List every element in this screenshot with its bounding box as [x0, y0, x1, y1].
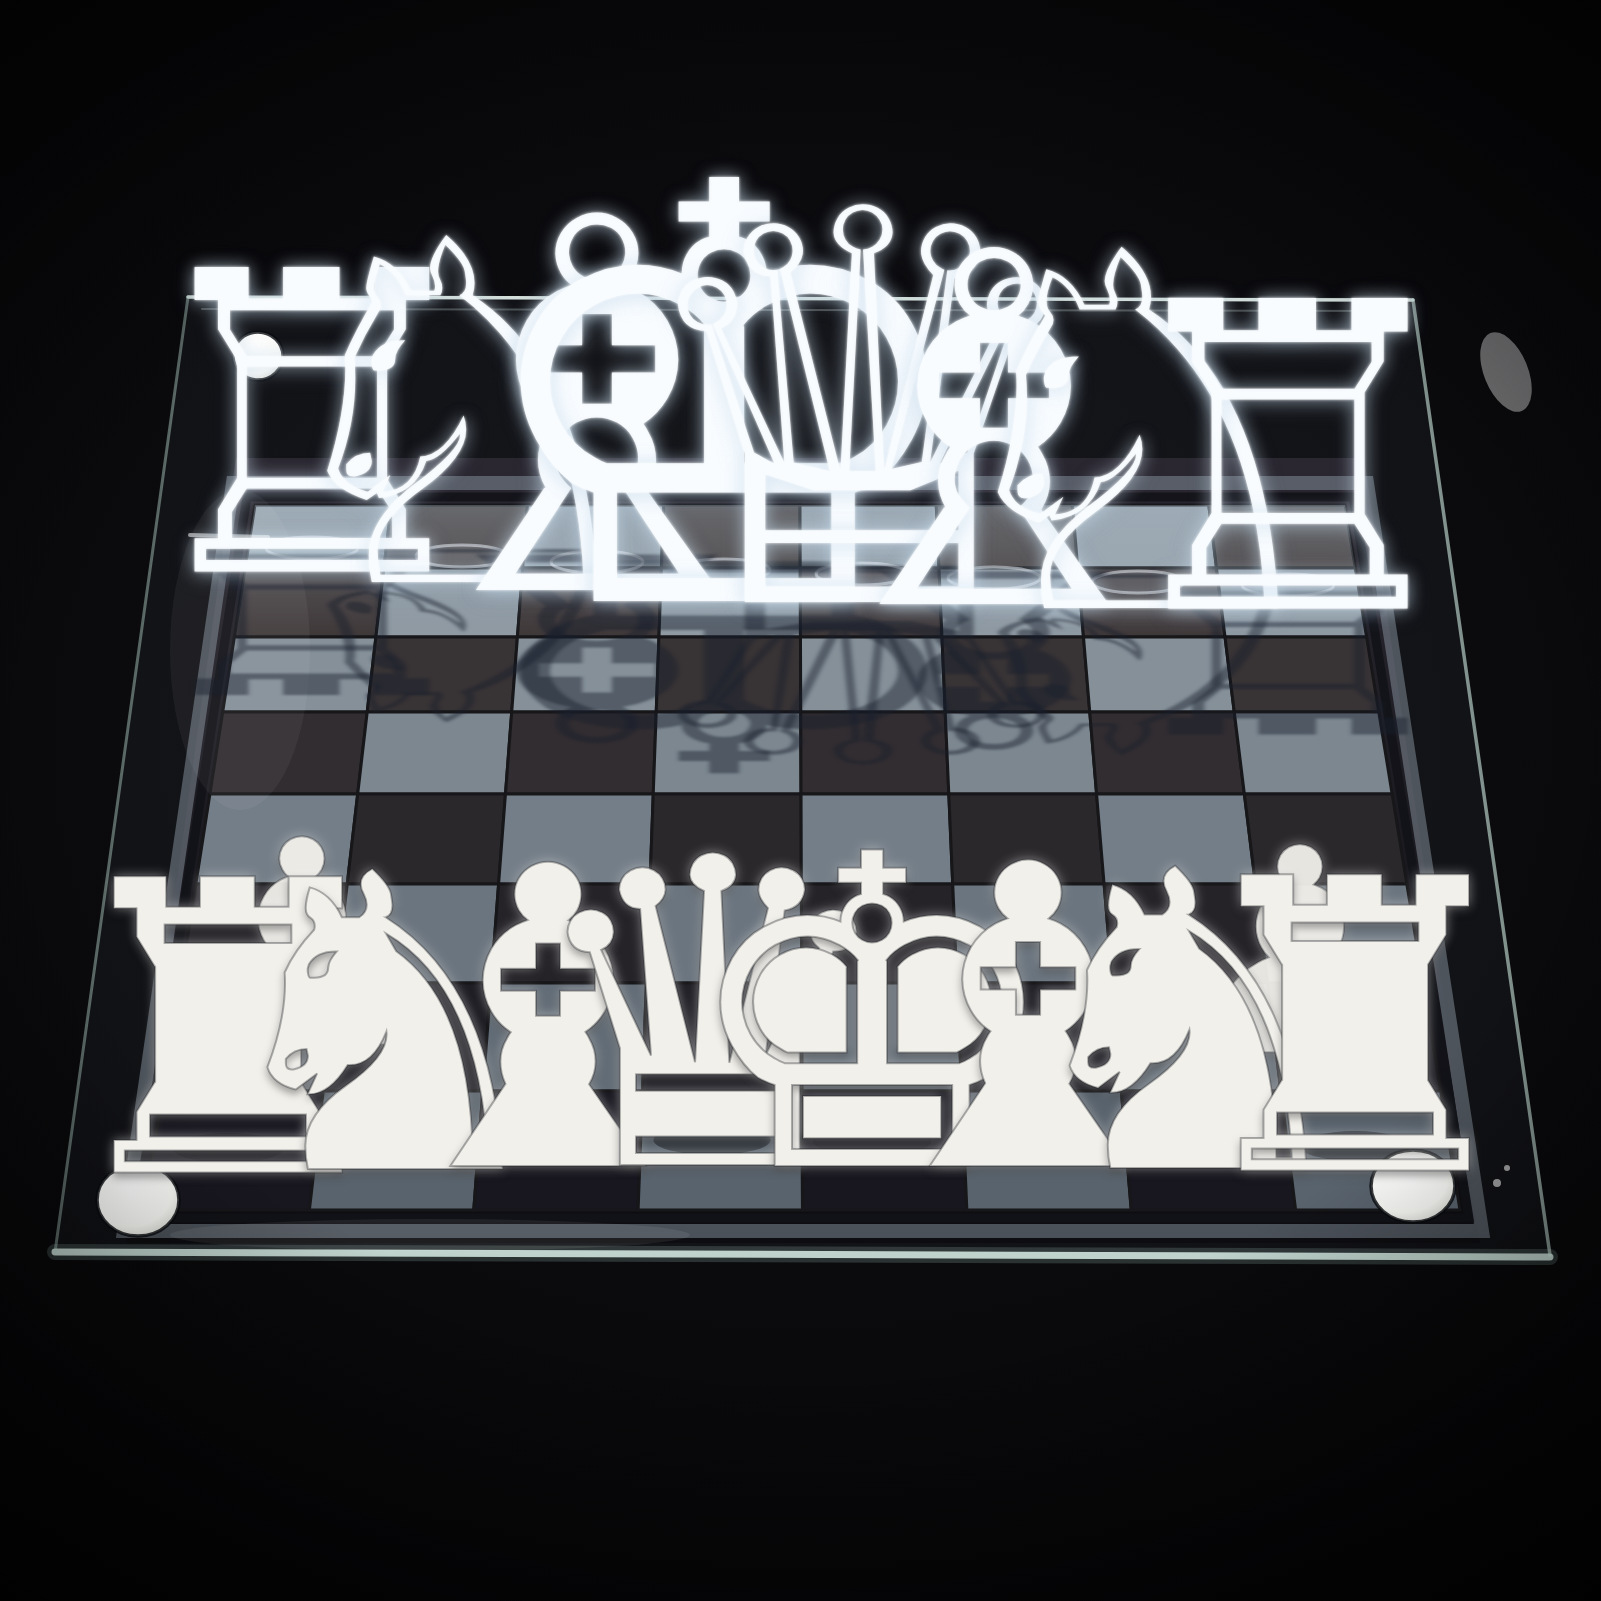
clear-rook-h8: ♖	[1097, 249, 1478, 674]
frosted-rook-h1: ♜	[1173, 828, 1537, 1234]
glass-corner-glare	[1470, 325, 1542, 419]
glass-chess-set-photo: ♟♟♜♞♝♛♚♝♞♜♖♖♘♘♗♗♔♔♕♕♗♗♘♘♖♖	[0, 0, 1601, 1601]
